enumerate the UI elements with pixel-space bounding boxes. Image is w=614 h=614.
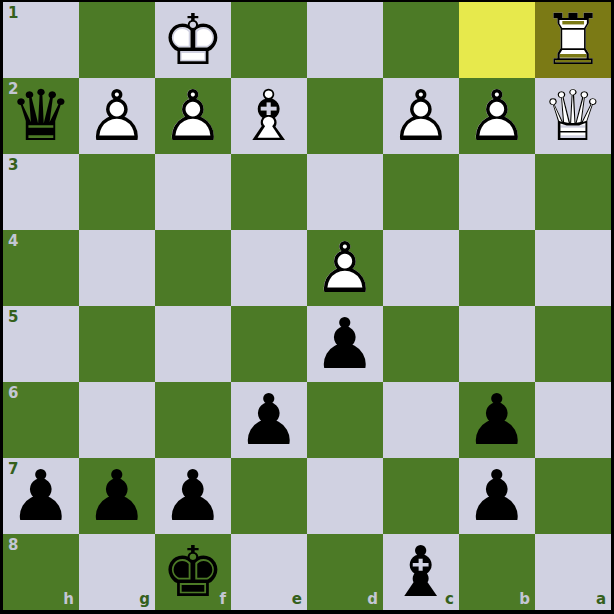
white-king-outline: ♔ <box>155 2 231 78</box>
square-d2[interactable] <box>307 78 383 154</box>
square-c5[interactable] <box>383 306 459 382</box>
rank-label: 4 <box>8 234 18 249</box>
white-queen-outline: ♕ <box>535 78 611 154</box>
square-b4[interactable] <box>459 230 535 306</box>
black-queen[interactable]: ♛ <box>3 78 79 154</box>
square-c4[interactable] <box>383 230 459 306</box>
white-king[interactable]: ♚♔ <box>155 2 231 78</box>
square-a2[interactable]: ♛♕ <box>535 78 611 154</box>
black-pawn-glyph: ♟ <box>459 382 535 458</box>
square-b3[interactable] <box>459 154 535 230</box>
board-grid: 1♚♔♜♖2♛♟♙♟♙♝♗♟♙♟♙♛♕34♟♙5♟6♟♟7♟♟♟♟8hgf♚ed… <box>3 2 611 610</box>
square-g6[interactable] <box>79 382 155 458</box>
square-h8[interactable]: 8h <box>3 534 79 610</box>
square-e1[interactable] <box>231 2 307 78</box>
square-h7[interactable]: 7♟ <box>3 458 79 534</box>
square-c7[interactable] <box>383 458 459 534</box>
black-pawn[interactable]: ♟ <box>155 458 231 534</box>
rank-label: 1 <box>8 6 18 21</box>
black-pawn[interactable]: ♟ <box>307 306 383 382</box>
square-h4[interactable]: 4 <box>3 230 79 306</box>
square-e3[interactable] <box>231 154 307 230</box>
square-c2[interactable]: ♟♙ <box>383 78 459 154</box>
rank-label: 5 <box>8 310 18 325</box>
square-h6[interactable]: 6 <box>3 382 79 458</box>
white-rook-outline: ♖ <box>535 2 611 78</box>
file-label: e <box>292 592 302 607</box>
square-e2[interactable]: ♝♗ <box>231 78 307 154</box>
square-a6[interactable] <box>535 382 611 458</box>
square-c8[interactable]: c♝ <box>383 534 459 610</box>
square-d7[interactable] <box>307 458 383 534</box>
square-f2[interactable]: ♟♙ <box>155 78 231 154</box>
black-pawn-glyph: ♟ <box>307 306 383 382</box>
square-h3[interactable]: 3 <box>3 154 79 230</box>
file-label: g <box>139 592 150 607</box>
file-label: d <box>367 592 378 607</box>
white-bishop[interactable]: ♝♗ <box>231 78 307 154</box>
square-f7[interactable]: ♟ <box>155 458 231 534</box>
square-a4[interactable] <box>535 230 611 306</box>
square-c6[interactable] <box>383 382 459 458</box>
chess-board: 1♚♔♜♖2♛♟♙♟♙♝♗♟♙♟♙♛♕34♟♙5♟6♟♟7♟♟♟♟8hgf♚ed… <box>0 0 614 614</box>
square-a8[interactable]: a <box>535 534 611 610</box>
square-g1[interactable] <box>79 2 155 78</box>
square-a5[interactable] <box>535 306 611 382</box>
square-g7[interactable]: ♟ <box>79 458 155 534</box>
white-pawn-outline: ♙ <box>383 78 459 154</box>
square-g5[interactable] <box>79 306 155 382</box>
square-a1[interactable]: ♜♖ <box>535 2 611 78</box>
file-label: h <box>63 592 74 607</box>
square-e6[interactable]: ♟ <box>231 382 307 458</box>
square-b1[interactable] <box>459 2 535 78</box>
square-c1[interactable] <box>383 2 459 78</box>
square-b2[interactable]: ♟♙ <box>459 78 535 154</box>
black-pawn[interactable]: ♟ <box>459 382 535 458</box>
square-b6[interactable]: ♟ <box>459 382 535 458</box>
square-h2[interactable]: 2♛ <box>3 78 79 154</box>
square-f8[interactable]: f♚ <box>155 534 231 610</box>
square-h5[interactable]: 5 <box>3 306 79 382</box>
square-e7[interactable] <box>231 458 307 534</box>
black-pawn[interactable]: ♟ <box>459 458 535 534</box>
black-pawn-glyph: ♟ <box>79 458 155 534</box>
white-queen[interactable]: ♛♕ <box>535 78 611 154</box>
file-label: a <box>596 592 606 607</box>
square-e4[interactable] <box>231 230 307 306</box>
square-h1[interactable]: 1 <box>3 2 79 78</box>
white-pawn[interactable]: ♟♙ <box>155 78 231 154</box>
square-f6[interactable] <box>155 382 231 458</box>
square-d8[interactable]: d <box>307 534 383 610</box>
white-pawn-outline: ♙ <box>459 78 535 154</box>
square-b8[interactable]: b <box>459 534 535 610</box>
white-pawn-outline: ♙ <box>307 230 383 306</box>
square-d4[interactable]: ♟♙ <box>307 230 383 306</box>
square-a7[interactable] <box>535 458 611 534</box>
black-queen-glyph: ♛ <box>3 78 79 154</box>
square-f1[interactable]: ♚♔ <box>155 2 231 78</box>
white-pawn[interactable]: ♟♙ <box>307 230 383 306</box>
square-d6[interactable] <box>307 382 383 458</box>
white-pawn-outline: ♙ <box>79 78 155 154</box>
square-d1[interactable] <box>307 2 383 78</box>
black-bishop[interactable]: ♝ <box>383 534 459 610</box>
black-pawn-glyph: ♟ <box>459 458 535 534</box>
rank-label: 3 <box>8 158 18 173</box>
square-f4[interactable] <box>155 230 231 306</box>
white-bishop-outline: ♗ <box>231 78 307 154</box>
rank-label: 8 <box>8 538 18 553</box>
square-f3[interactable] <box>155 154 231 230</box>
square-g8[interactable]: g <box>79 534 155 610</box>
black-pawn-glyph: ♟ <box>155 458 231 534</box>
square-d5[interactable]: ♟ <box>307 306 383 382</box>
square-e8[interactable]: e <box>231 534 307 610</box>
black-pawn[interactable]: ♟ <box>231 382 307 458</box>
white-rook[interactable]: ♜♖ <box>535 2 611 78</box>
black-king[interactable]: ♚ <box>155 534 231 610</box>
square-g2[interactable]: ♟♙ <box>79 78 155 154</box>
square-d3[interactable] <box>307 154 383 230</box>
square-g3[interactable] <box>79 154 155 230</box>
black-bishop-glyph: ♝ <box>383 534 459 610</box>
white-pawn[interactable]: ♟♙ <box>459 78 535 154</box>
black-pawn[interactable]: ♟ <box>3 458 79 534</box>
white-pawn[interactable]: ♟♙ <box>383 78 459 154</box>
black-pawn[interactable]: ♟ <box>79 458 155 534</box>
black-pawn-glyph: ♟ <box>231 382 307 458</box>
square-c3[interactable] <box>383 154 459 230</box>
black-king-glyph: ♚ <box>155 534 231 610</box>
square-b5[interactable] <box>459 306 535 382</box>
white-pawn-outline: ♙ <box>155 78 231 154</box>
black-pawn-glyph: ♟ <box>3 458 79 534</box>
square-g4[interactable] <box>79 230 155 306</box>
file-label: b <box>519 592 530 607</box>
rank-label: 6 <box>8 386 18 401</box>
square-f5[interactable] <box>155 306 231 382</box>
square-a3[interactable] <box>535 154 611 230</box>
white-pawn[interactable]: ♟♙ <box>79 78 155 154</box>
square-b7[interactable]: ♟ <box>459 458 535 534</box>
square-e5[interactable] <box>231 306 307 382</box>
